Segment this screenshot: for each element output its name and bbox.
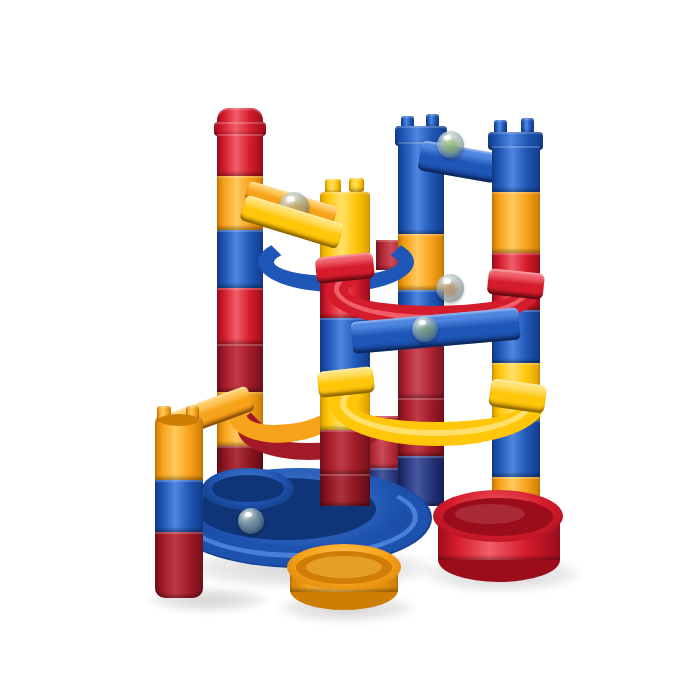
spiral-ramp-highlight — [182, 476, 418, 558]
marble-spiral-glint — [245, 512, 252, 517]
left-column-seg-blue — [155, 480, 203, 532]
left-tower-seg-red — [217, 134, 263, 176]
marble-red-track-glint — [443, 278, 450, 284]
left-tower-seg-blue — [217, 230, 263, 288]
mid-column-seg-maroon2 — [320, 474, 370, 506]
marble-spiral-tint — [244, 516, 259, 530]
marble-run-photo — [0, 0, 700, 700]
marble-red-track — [436, 274, 464, 302]
right-front-seg-yellow1 — [492, 192, 540, 253]
marble-red-track-tint — [442, 282, 458, 297]
mid-column-stud-right — [349, 178, 364, 192]
marble-top-track — [437, 131, 464, 158]
chute-cup-mouth — [159, 414, 199, 426]
marble-blue-track — [412, 316, 438, 342]
yellow-dish-inner-sheen — [306, 556, 382, 578]
marble-spiral — [238, 508, 264, 534]
left-tower-seg-red2 — [217, 288, 263, 344]
marble-blue-track-glint — [419, 320, 426, 325]
left-column-seg-maroon — [155, 532, 203, 598]
marble-yellow-track-glint — [287, 196, 295, 202]
red-bowl-inner-sheen — [455, 504, 525, 524]
right-front-seg-blue1 — [492, 146, 540, 192]
marble-top-track-tint — [443, 139, 459, 153]
mid-column-seg-maroon — [320, 430, 370, 474]
marble-blue-track-tint — [418, 324, 433, 338]
